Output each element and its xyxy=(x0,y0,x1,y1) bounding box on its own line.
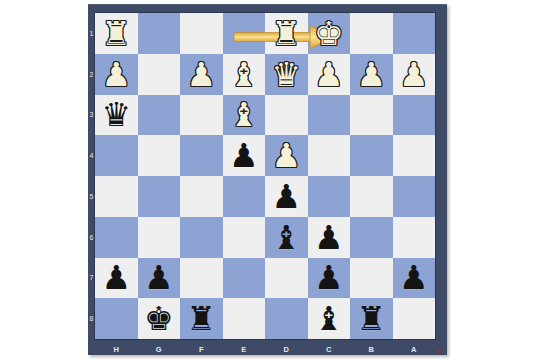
white-pawn[interactable]: ♟ xyxy=(186,58,216,91)
square-c2[interactable]: ♟ xyxy=(308,54,351,95)
square-b5[interactable] xyxy=(350,176,393,217)
white-pawn[interactable]: ♟ xyxy=(271,139,301,172)
white-pawn[interactable]: ♟ xyxy=(101,58,131,91)
square-e5[interactable] xyxy=(223,176,266,217)
white-bishop[interactable]: ♝ xyxy=(229,98,259,131)
file-labels: HGFEDCBA xyxy=(95,339,435,356)
white-queen[interactable]: ♛ xyxy=(271,58,301,91)
black-bishop[interactable]: ♝ xyxy=(314,302,344,335)
square-h3[interactable]: ♛ xyxy=(95,95,138,136)
square-e2[interactable]: ♝ xyxy=(223,54,266,95)
square-h6[interactable] xyxy=(95,217,138,258)
square-d7[interactable] xyxy=(265,258,308,299)
white-rook[interactable]: ♜ xyxy=(271,17,301,50)
square-b4[interactable] xyxy=(350,135,393,176)
square-h8[interactable] xyxy=(95,298,138,339)
black-pawn[interactable]: ♟ xyxy=(101,261,131,294)
black-king[interactable]: ♚ xyxy=(144,302,174,335)
square-b6[interactable] xyxy=(350,217,393,258)
square-g2[interactable] xyxy=(138,54,181,95)
square-d2[interactable]: ♛ xyxy=(265,54,308,95)
rank-label-2: 2 xyxy=(88,54,95,95)
square-e4[interactable]: ♟ xyxy=(223,135,266,176)
board-area: ♜♜♚♟♟♝♛♟♟♟♛♝♟♟♟♝♟♟♟♟♟♚♜♝♜ xyxy=(95,13,435,339)
file-label-g: G xyxy=(138,342,181,354)
square-g1[interactable] xyxy=(138,13,181,54)
black-rook[interactable]: ♜ xyxy=(186,302,216,335)
square-b2[interactable]: ♟ xyxy=(350,54,393,95)
white-bishop[interactable]: ♝ xyxy=(229,58,259,91)
square-b7[interactable] xyxy=(350,258,393,299)
square-g6[interactable] xyxy=(138,217,181,258)
square-c7[interactable]: ♟ xyxy=(308,258,351,299)
square-f6[interactable] xyxy=(180,217,223,258)
square-d1[interactable]: ♜ xyxy=(265,13,308,54)
file-label-a: A xyxy=(393,342,436,354)
file-label-h: H xyxy=(95,342,138,354)
square-d4[interactable]: ♟ xyxy=(265,135,308,176)
square-d8[interactable] xyxy=(265,298,308,339)
square-g7[interactable]: ♟ xyxy=(138,258,181,299)
square-a1[interactable] xyxy=(393,13,436,54)
rank-labels: 12345678 xyxy=(88,13,95,339)
chess-board: ♜♜♚♟♟♝♛♟♟♟♛♝♟♟♟♝♟♟♟♟♟♚♜♝♜ xyxy=(95,13,435,339)
square-h4[interactable] xyxy=(95,135,138,176)
black-pawn[interactable]: ♟ xyxy=(229,139,259,172)
file-label-d: D xyxy=(265,342,308,354)
square-b3[interactable] xyxy=(350,95,393,136)
square-e7[interactable] xyxy=(223,258,266,299)
square-c8[interactable]: ♝ xyxy=(308,298,351,339)
square-d3[interactable] xyxy=(265,95,308,136)
square-c6[interactable]: ♟ xyxy=(308,217,351,258)
square-a2[interactable]: ♟ xyxy=(393,54,436,95)
file-label-b: B xyxy=(350,342,393,354)
square-f3[interactable] xyxy=(180,95,223,136)
black-queen[interactable]: ♛ xyxy=(101,98,131,131)
rank-label-4: 4 xyxy=(88,135,95,176)
square-e1[interactable] xyxy=(223,13,266,54)
record-dot-icon xyxy=(437,349,442,354)
square-g4[interactable] xyxy=(138,135,181,176)
file-label-f: F xyxy=(180,342,223,354)
square-c4[interactable] xyxy=(308,135,351,176)
black-pawn[interactable]: ♟ xyxy=(144,261,174,294)
square-b8[interactable]: ♜ xyxy=(350,298,393,339)
square-b1[interactable] xyxy=(350,13,393,54)
rank-label-6: 6 xyxy=(88,217,95,258)
square-a7[interactable]: ♟ xyxy=(393,258,436,299)
square-e8[interactable] xyxy=(223,298,266,339)
square-a6[interactable] xyxy=(393,217,436,258)
black-pawn[interactable]: ♟ xyxy=(399,261,429,294)
black-pawn[interactable]: ♟ xyxy=(314,221,344,254)
rank-label-5: 5 xyxy=(88,176,95,217)
square-h5[interactable] xyxy=(95,176,138,217)
square-g5[interactable] xyxy=(138,176,181,217)
rank-label-8: 8 xyxy=(88,298,95,339)
square-d5[interactable]: ♟ xyxy=(265,176,308,217)
square-e3[interactable]: ♝ xyxy=(223,95,266,136)
square-f1[interactable] xyxy=(180,13,223,54)
square-h1[interactable]: ♜ xyxy=(95,13,138,54)
chess-board-frame: 12345678 ♜♜♚♟♟♝♛♟♟♟♛♝♟♟♟♝♟♟♟♟♟♚♜♝♜ HGFED… xyxy=(88,4,447,355)
square-f8[interactable]: ♜ xyxy=(180,298,223,339)
white-pawn[interactable]: ♟ xyxy=(399,58,429,91)
rank-label-1: 1 xyxy=(88,13,95,54)
square-d6[interactable]: ♝ xyxy=(265,217,308,258)
square-a4[interactable] xyxy=(393,135,436,176)
white-king[interactable]: ♚ xyxy=(314,17,344,50)
black-bishop[interactable]: ♝ xyxy=(271,221,301,254)
square-g3[interactable] xyxy=(138,95,181,136)
square-f7[interactable] xyxy=(180,258,223,299)
white-pawn[interactable]: ♟ xyxy=(356,58,386,91)
white-pawn[interactable]: ♟ xyxy=(314,58,344,91)
square-f4[interactable] xyxy=(180,135,223,176)
square-c1[interactable]: ♚ xyxy=(308,13,351,54)
square-g8[interactable]: ♚ xyxy=(138,298,181,339)
black-rook[interactable]: ♜ xyxy=(356,302,386,335)
rank-label-3: 3 xyxy=(88,95,95,136)
rank-label-7: 7 xyxy=(88,258,95,299)
square-c5[interactable] xyxy=(308,176,351,217)
square-f2[interactable]: ♟ xyxy=(180,54,223,95)
square-a8[interactable] xyxy=(393,298,436,339)
black-pawn[interactable]: ♟ xyxy=(314,261,344,294)
square-a5[interactable] xyxy=(393,176,436,217)
black-pawn[interactable]: ♟ xyxy=(271,180,301,213)
square-c3[interactable] xyxy=(308,95,351,136)
file-label-e: E xyxy=(223,342,266,354)
square-f5[interactable] xyxy=(180,176,223,217)
white-rook[interactable]: ♜ xyxy=(101,17,131,50)
square-h2[interactable]: ♟ xyxy=(95,54,138,95)
square-e6[interactable] xyxy=(223,217,266,258)
square-a3[interactable] xyxy=(393,95,436,136)
square-h7[interactable]: ♟ xyxy=(95,258,138,299)
file-label-c: C xyxy=(308,342,351,354)
